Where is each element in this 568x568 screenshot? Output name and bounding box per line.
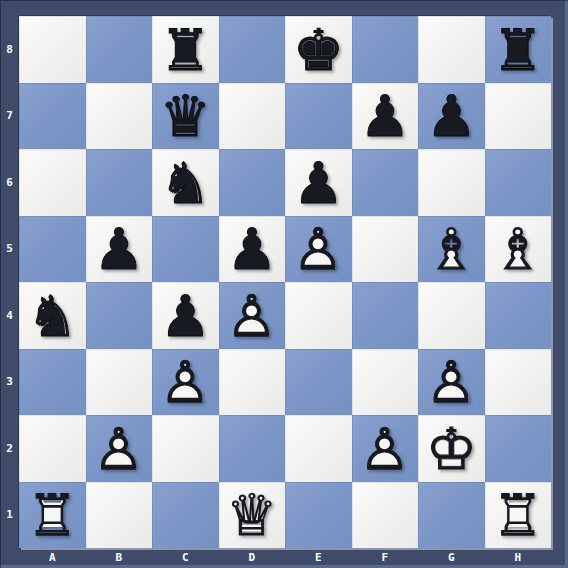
square-a7[interactable] bbox=[19, 83, 86, 150]
piece-glyph: ♟ bbox=[418, 84, 485, 151]
square-e6[interactable]: ♟ bbox=[285, 149, 352, 216]
square-d1[interactable]: ♛♕ bbox=[219, 482, 286, 549]
piece-glyph: ♟ bbox=[86, 217, 153, 284]
piece-outline-glyph: ♙ bbox=[418, 350, 485, 417]
square-d5[interactable]: ♟ bbox=[219, 216, 286, 283]
square-g1[interactable] bbox=[418, 482, 485, 549]
square-g5[interactable]: ♝♗ bbox=[418, 216, 485, 283]
square-e4[interactable] bbox=[285, 282, 352, 349]
square-g3[interactable]: ♟♙ bbox=[418, 349, 485, 416]
square-e5[interactable]: ♟♙ bbox=[285, 216, 352, 283]
square-f6[interactable] bbox=[352, 149, 419, 216]
square-e1[interactable] bbox=[285, 482, 352, 549]
white-pawn-piece[interactable]: ♟♙ bbox=[86, 415, 153, 482]
square-h1[interactable]: ♜♖ bbox=[485, 482, 552, 549]
square-f5[interactable] bbox=[352, 216, 419, 283]
file-label-b: B bbox=[86, 549, 153, 566]
black-pawn-piece[interactable]: ♟ bbox=[86, 216, 153, 283]
square-b8[interactable] bbox=[86, 16, 153, 83]
square-b4[interactable] bbox=[86, 282, 153, 349]
black-pawn-piece[interactable]: ♟ bbox=[219, 216, 286, 283]
square-b7[interactable] bbox=[86, 83, 153, 150]
file-labels: ABCDEFGH bbox=[19, 549, 551, 566]
rank-label-6: 6 bbox=[0, 149, 19, 216]
white-pawn-piece[interactable]: ♟♙ bbox=[152, 349, 219, 416]
square-f7[interactable]: ♟ bbox=[352, 83, 419, 150]
file-label-d: D bbox=[219, 549, 286, 566]
piece-glyph: ♜ bbox=[152, 17, 219, 84]
square-g2[interactable]: ♚♔ bbox=[418, 415, 485, 482]
white-pawn-piece[interactable]: ♟♙ bbox=[219, 282, 286, 349]
square-b2[interactable]: ♟♙ bbox=[86, 415, 153, 482]
square-g4[interactable] bbox=[418, 282, 485, 349]
black-knight-piece[interactable]: ♞ bbox=[19, 282, 86, 349]
square-e7[interactable] bbox=[285, 83, 352, 150]
piece-outline-glyph: ♗ bbox=[418, 217, 485, 284]
black-knight-piece[interactable]: ♞ bbox=[152, 149, 219, 216]
square-g8[interactable] bbox=[418, 16, 485, 83]
file-label-f: F bbox=[352, 549, 419, 566]
square-a5[interactable] bbox=[19, 216, 86, 283]
square-g6[interactable] bbox=[418, 149, 485, 216]
white-bishop-piece[interactable]: ♝♗ bbox=[418, 216, 485, 283]
rank-label-8: 8 bbox=[0, 16, 19, 83]
file-label-c: C bbox=[152, 549, 219, 566]
square-f4[interactable] bbox=[352, 282, 419, 349]
piece-outline-glyph: ♖ bbox=[485, 483, 552, 550]
piece-outline-glyph: ♕ bbox=[219, 483, 286, 550]
square-f1[interactable] bbox=[352, 482, 419, 549]
square-c1[interactable] bbox=[152, 482, 219, 549]
square-c2[interactable] bbox=[152, 415, 219, 482]
file-label-h: H bbox=[485, 549, 552, 566]
black-pawn-piece[interactable]: ♟ bbox=[152, 282, 219, 349]
square-d6[interactable] bbox=[219, 149, 286, 216]
square-c7[interactable]: ♛ bbox=[152, 83, 219, 150]
piece-glyph: ♞ bbox=[19, 283, 86, 350]
square-d3[interactable] bbox=[219, 349, 286, 416]
square-c5[interactable] bbox=[152, 216, 219, 283]
square-e2[interactable] bbox=[285, 415, 352, 482]
square-c3[interactable]: ♟♙ bbox=[152, 349, 219, 416]
square-h4[interactable] bbox=[485, 282, 552, 349]
piece-outline-glyph: ♙ bbox=[219, 283, 286, 350]
piece-glyph: ♞ bbox=[152, 150, 219, 217]
file-label-e: E bbox=[285, 549, 352, 566]
square-c8[interactable]: ♜ bbox=[152, 16, 219, 83]
square-e3[interactable] bbox=[285, 349, 352, 416]
square-h7[interactable] bbox=[485, 83, 552, 150]
square-b3[interactable] bbox=[86, 349, 153, 416]
square-h2[interactable] bbox=[485, 415, 552, 482]
square-d2[interactable] bbox=[219, 415, 286, 482]
square-d7[interactable] bbox=[219, 83, 286, 150]
piece-outline-glyph: ♖ bbox=[19, 483, 86, 550]
square-a8[interactable] bbox=[19, 16, 86, 83]
square-a4[interactable]: ♞ bbox=[19, 282, 86, 349]
white-queen-piece[interactable]: ♛♕ bbox=[219, 482, 286, 549]
black-queen-piece[interactable]: ♛ bbox=[152, 83, 219, 150]
rank-label-4: 4 bbox=[0, 282, 19, 349]
white-pawn-piece[interactable]: ♟♙ bbox=[352, 415, 419, 482]
black-rook-piece[interactable]: ♜ bbox=[485, 16, 552, 83]
square-b1[interactable] bbox=[86, 482, 153, 549]
square-f3[interactable] bbox=[352, 349, 419, 416]
rank-label-7: 7 bbox=[0, 83, 19, 150]
chess-board-frame: 87654321 ABCDEFGH ♜♚♜♛♟♟♞♟♟♟♟♙♝♗♝♗♞♟♟♙♟♙… bbox=[0, 0, 568, 568]
square-e8[interactable]: ♚ bbox=[285, 16, 352, 83]
black-pawn-piece[interactable]: ♟ bbox=[418, 83, 485, 150]
rank-label-5: 5 bbox=[0, 216, 19, 283]
square-a3[interactable] bbox=[19, 349, 86, 416]
square-f8[interactable] bbox=[352, 16, 419, 83]
black-pawn-piece[interactable]: ♟ bbox=[352, 83, 419, 150]
white-rook-piece[interactable]: ♜♖ bbox=[485, 482, 552, 549]
piece-glyph: ♟ bbox=[352, 84, 419, 151]
square-a2[interactable] bbox=[19, 415, 86, 482]
chess-board: ♜♚♜♛♟♟♞♟♟♟♟♙♝♗♝♗♞♟♟♙♟♙♟♙♟♙♟♙♚♔♜♖♛♕♜♖ bbox=[19, 16, 551, 548]
piece-outline-glyph: ♙ bbox=[152, 350, 219, 417]
square-b5[interactable]: ♟ bbox=[86, 216, 153, 283]
piece-outline-glyph: ♔ bbox=[418, 416, 485, 483]
square-d8[interactable] bbox=[219, 16, 286, 83]
black-pawn-piece[interactable]: ♟ bbox=[285, 149, 352, 216]
square-a1[interactable]: ♜♖ bbox=[19, 482, 86, 549]
piece-outline-glyph: ♙ bbox=[352, 416, 419, 483]
piece-glyph: ♜ bbox=[485, 17, 552, 84]
piece-glyph: ♚ bbox=[285, 17, 352, 84]
black-rook-piece[interactable]: ♜ bbox=[152, 16, 219, 83]
white-king-piece[interactable]: ♚♔ bbox=[418, 415, 485, 482]
piece-glyph: ♟ bbox=[285, 150, 352, 217]
piece-glyph: ♛ bbox=[152, 84, 219, 151]
white-bishop-piece[interactable]: ♝♗ bbox=[485, 216, 552, 283]
square-h8[interactable]: ♜ bbox=[485, 16, 552, 83]
square-a6[interactable] bbox=[19, 149, 86, 216]
rank-label-1: 1 bbox=[0, 482, 19, 549]
square-h3[interactable] bbox=[485, 349, 552, 416]
rank-label-3: 3 bbox=[0, 349, 19, 416]
square-d4[interactable]: ♟♙ bbox=[219, 282, 286, 349]
piece-glyph: ♟ bbox=[152, 283, 219, 350]
rank-label-2: 2 bbox=[0, 415, 19, 482]
square-b6[interactable] bbox=[86, 149, 153, 216]
white-pawn-piece[interactable]: ♟♙ bbox=[285, 216, 352, 283]
file-label-a: A bbox=[19, 549, 86, 566]
piece-glyph: ♟ bbox=[219, 217, 286, 284]
piece-outline-glyph: ♗ bbox=[485, 217, 552, 284]
square-c4[interactable]: ♟ bbox=[152, 282, 219, 349]
rank-labels: 87654321 bbox=[0, 16, 19, 548]
square-f2[interactable]: ♟♙ bbox=[352, 415, 419, 482]
piece-outline-glyph: ♙ bbox=[86, 416, 153, 483]
white-rook-piece[interactable]: ♜♖ bbox=[19, 482, 86, 549]
square-g7[interactable]: ♟ bbox=[418, 83, 485, 150]
white-pawn-piece[interactable]: ♟♙ bbox=[418, 349, 485, 416]
file-label-g: G bbox=[418, 549, 485, 566]
piece-outline-glyph: ♙ bbox=[285, 217, 352, 284]
black-king-piece[interactable]: ♚ bbox=[285, 16, 352, 83]
square-h6[interactable] bbox=[485, 149, 552, 216]
square-h5[interactable]: ♝♗ bbox=[485, 216, 552, 283]
square-c6[interactable]: ♞ bbox=[152, 149, 219, 216]
